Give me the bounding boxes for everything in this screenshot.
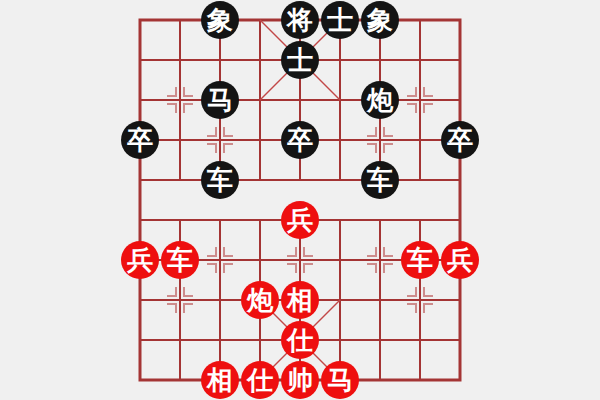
piece-red-soldier[interactable]: 兵 <box>441 241 479 279</box>
piece-black-soldier[interactable]: 卒 <box>441 121 479 159</box>
piece-red-advisor[interactable]: 仕 <box>241 361 279 399</box>
piece-black-soldier[interactable]: 卒 <box>121 121 159 159</box>
piece-red-elephant[interactable]: 相 <box>281 281 319 319</box>
piece-red-soldier[interactable]: 兵 <box>281 201 319 239</box>
piece-red-chariot[interactable]: 车 <box>161 241 199 279</box>
piece-red-horse[interactable]: 马 <box>321 361 359 399</box>
board-grid[interactable]: 象将士象士马炮卒卒卒车车兵兵车车兵炮相仕相仕帅马 <box>120 0 480 400</box>
piece-black-chariot[interactable]: 车 <box>361 161 399 199</box>
piece-black-cannon[interactable]: 炮 <box>361 81 399 119</box>
xiangqi-board: 象将士象士马炮卒卒卒车车兵兵车车兵炮相仕相仕帅马 <box>0 0 600 400</box>
piece-red-soldier[interactable]: 兵 <box>121 241 159 279</box>
piece-red-advisor[interactable]: 仕 <box>281 321 319 359</box>
piece-black-horse[interactable]: 马 <box>201 81 239 119</box>
piece-red-cannon[interactable]: 炮 <box>241 281 279 319</box>
piece-red-chariot[interactable]: 车 <box>401 241 439 279</box>
piece-black-advisor[interactable]: 士 <box>321 1 359 39</box>
piece-red-elephant[interactable]: 相 <box>201 361 239 399</box>
piece-black-general[interactable]: 将 <box>281 1 319 39</box>
piece-black-chariot[interactable]: 车 <box>201 161 239 199</box>
piece-black-soldier[interactable]: 卒 <box>281 121 319 159</box>
piece-black-advisor[interactable]: 士 <box>281 41 319 79</box>
piece-black-elephant[interactable]: 象 <box>201 1 239 39</box>
piece-black-elephant[interactable]: 象 <box>361 1 399 39</box>
xiangqi-app: 象将士象士马炮卒卒卒车车兵兵车车兵炮相仕相仕帅马 <box>0 0 600 400</box>
piece-red-general[interactable]: 帅 <box>281 361 319 399</box>
